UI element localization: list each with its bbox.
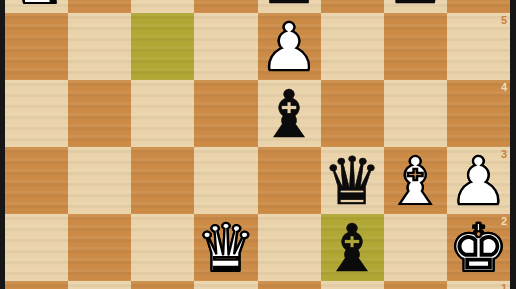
square-c5[interactable]: [131, 13, 194, 80]
square-e2[interactable]: [258, 214, 321, 281]
square-d4[interactable]: [194, 80, 257, 147]
square-c4[interactable]: [131, 80, 194, 147]
square-f2[interactable]: ♝: [321, 214, 384, 281]
square-h3[interactable]: ♟3: [447, 147, 510, 214]
square-h5[interactable]: 5: [447, 13, 510, 80]
square-f3[interactable]: ♛: [321, 147, 384, 214]
square-e3[interactable]: [258, 147, 321, 214]
square-b4[interactable]: [68, 80, 131, 147]
square-d2[interactable]: ♛: [194, 214, 257, 281]
square-f4[interactable]: [321, 80, 384, 147]
square-c2[interactable]: [131, 214, 194, 281]
square-g1[interactable]: [384, 281, 447, 289]
rank-label-3: 3: [501, 148, 507, 160]
chess-board: ♞♟♟♟5♝4♛♝♟3♛♝♚21: [5, 0, 510, 289]
square-e5[interactable]: ♟: [258, 13, 321, 80]
rank-label-1: 1: [501, 282, 507, 289]
square-b2[interactable]: [68, 214, 131, 281]
rank-label-5: 5: [501, 14, 507, 26]
square-h6[interactable]: [447, 0, 510, 13]
square-a6[interactable]: ♞: [5, 0, 68, 13]
square-b1[interactable]: [68, 281, 131, 289]
square-a1[interactable]: [5, 281, 68, 289]
chess-video-frame: ♞♟♟♟5♝4♛♝♟3♛♝♚21: [0, 0, 516, 289]
right-black-bar: [510, 0, 516, 289]
square-b5[interactable]: [68, 13, 131, 80]
square-d3[interactable]: [194, 147, 257, 214]
piece-black-bishop[interactable]: ♝: [323, 216, 382, 282]
square-b3[interactable]: [68, 147, 131, 214]
square-g3[interactable]: ♝: [384, 147, 447, 214]
board-viewport: ♞♟♟♟5♝4♛♝♟3♛♝♚21: [5, 0, 510, 289]
square-b6[interactable]: [68, 0, 131, 13]
square-e4[interactable]: ♝: [258, 80, 321, 147]
piece-white-queen[interactable]: ♛: [196, 216, 255, 282]
piece-white-pawn[interactable]: ♟: [449, 149, 508, 215]
rank-label-4: 4: [501, 81, 507, 93]
square-a4[interactable]: [5, 80, 68, 147]
square-a3[interactable]: [5, 147, 68, 214]
square-c3[interactable]: [131, 147, 194, 214]
piece-white-king[interactable]: ♚: [449, 216, 508, 282]
square-c1[interactable]: [131, 281, 194, 289]
piece-black-queen[interactable]: ♛: [323, 149, 382, 215]
square-d5[interactable]: [194, 13, 257, 80]
square-g6[interactable]: ♟: [384, 0, 447, 13]
square-h4[interactable]: 4: [447, 80, 510, 147]
square-d6[interactable]: [194, 0, 257, 13]
square-f6[interactable]: [321, 0, 384, 13]
rank-label-2: 2: [501, 215, 507, 227]
piece-white-knight[interactable]: ♞: [7, 0, 66, 14]
left-black-bar: [0, 0, 5, 289]
square-h2[interactable]: ♚2: [447, 214, 510, 281]
square-c6[interactable]: [131, 0, 194, 13]
square-g5[interactable]: [384, 13, 447, 80]
square-a2[interactable]: [5, 214, 68, 281]
piece-black-bishop[interactable]: ♝: [259, 82, 318, 148]
square-a5[interactable]: [5, 13, 68, 80]
square-e1[interactable]: [258, 281, 321, 289]
piece-black-pawn[interactable]: ♟: [386, 0, 445, 14]
piece-white-bishop[interactable]: ♝: [386, 149, 445, 215]
piece-white-pawn[interactable]: ♟: [259, 15, 318, 81]
square-g2[interactable]: [384, 214, 447, 281]
square-g4[interactable]: [384, 80, 447, 147]
square-f5[interactable]: [321, 13, 384, 80]
